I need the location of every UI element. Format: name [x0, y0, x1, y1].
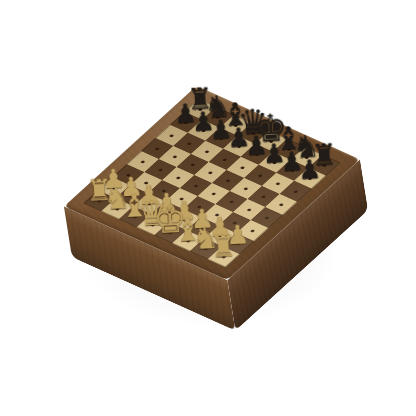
black-pawn-icon: ♟	[297, 155, 321, 182]
peg-hole	[186, 142, 192, 146]
peg-hole	[261, 195, 267, 199]
peg-hole	[190, 163, 196, 167]
peg-hole	[158, 168, 164, 172]
peg-hole	[193, 184, 199, 188]
peg-hole	[246, 208, 252, 212]
peg-hole	[229, 200, 235, 204]
peg-hole	[172, 155, 178, 159]
peg-hole	[169, 134, 175, 138]
peg-hole	[278, 203, 284, 207]
peg-hole	[204, 150, 210, 154]
peg-hole	[257, 174, 263, 178]
peg-hole	[243, 187, 249, 191]
peg-hole	[175, 176, 181, 180]
peg-hole	[264, 216, 270, 220]
peg-hole	[250, 229, 256, 233]
peg-hole	[240, 166, 246, 170]
peg-hole	[140, 160, 146, 164]
peg-hole	[211, 192, 217, 196]
peg-hole	[208, 171, 214, 175]
square-h1: ♜	[208, 246, 240, 267]
peg-hole	[154, 147, 160, 151]
square-e5	[212, 170, 244, 191]
peg-hole	[225, 179, 231, 183]
peg-hole	[222, 158, 228, 162]
peg-hole	[293, 190, 299, 194]
peg-hole	[275, 182, 281, 186]
product-photo: ♜♞♝♛♚♝♞♜♟♟♟♟♟♟♟♟♟♟♟♟♟♟♟♟♜♞♝♛♚♝♞♜	[0, 0, 416, 416]
white-rook-icon: ♜	[210, 231, 237, 261]
